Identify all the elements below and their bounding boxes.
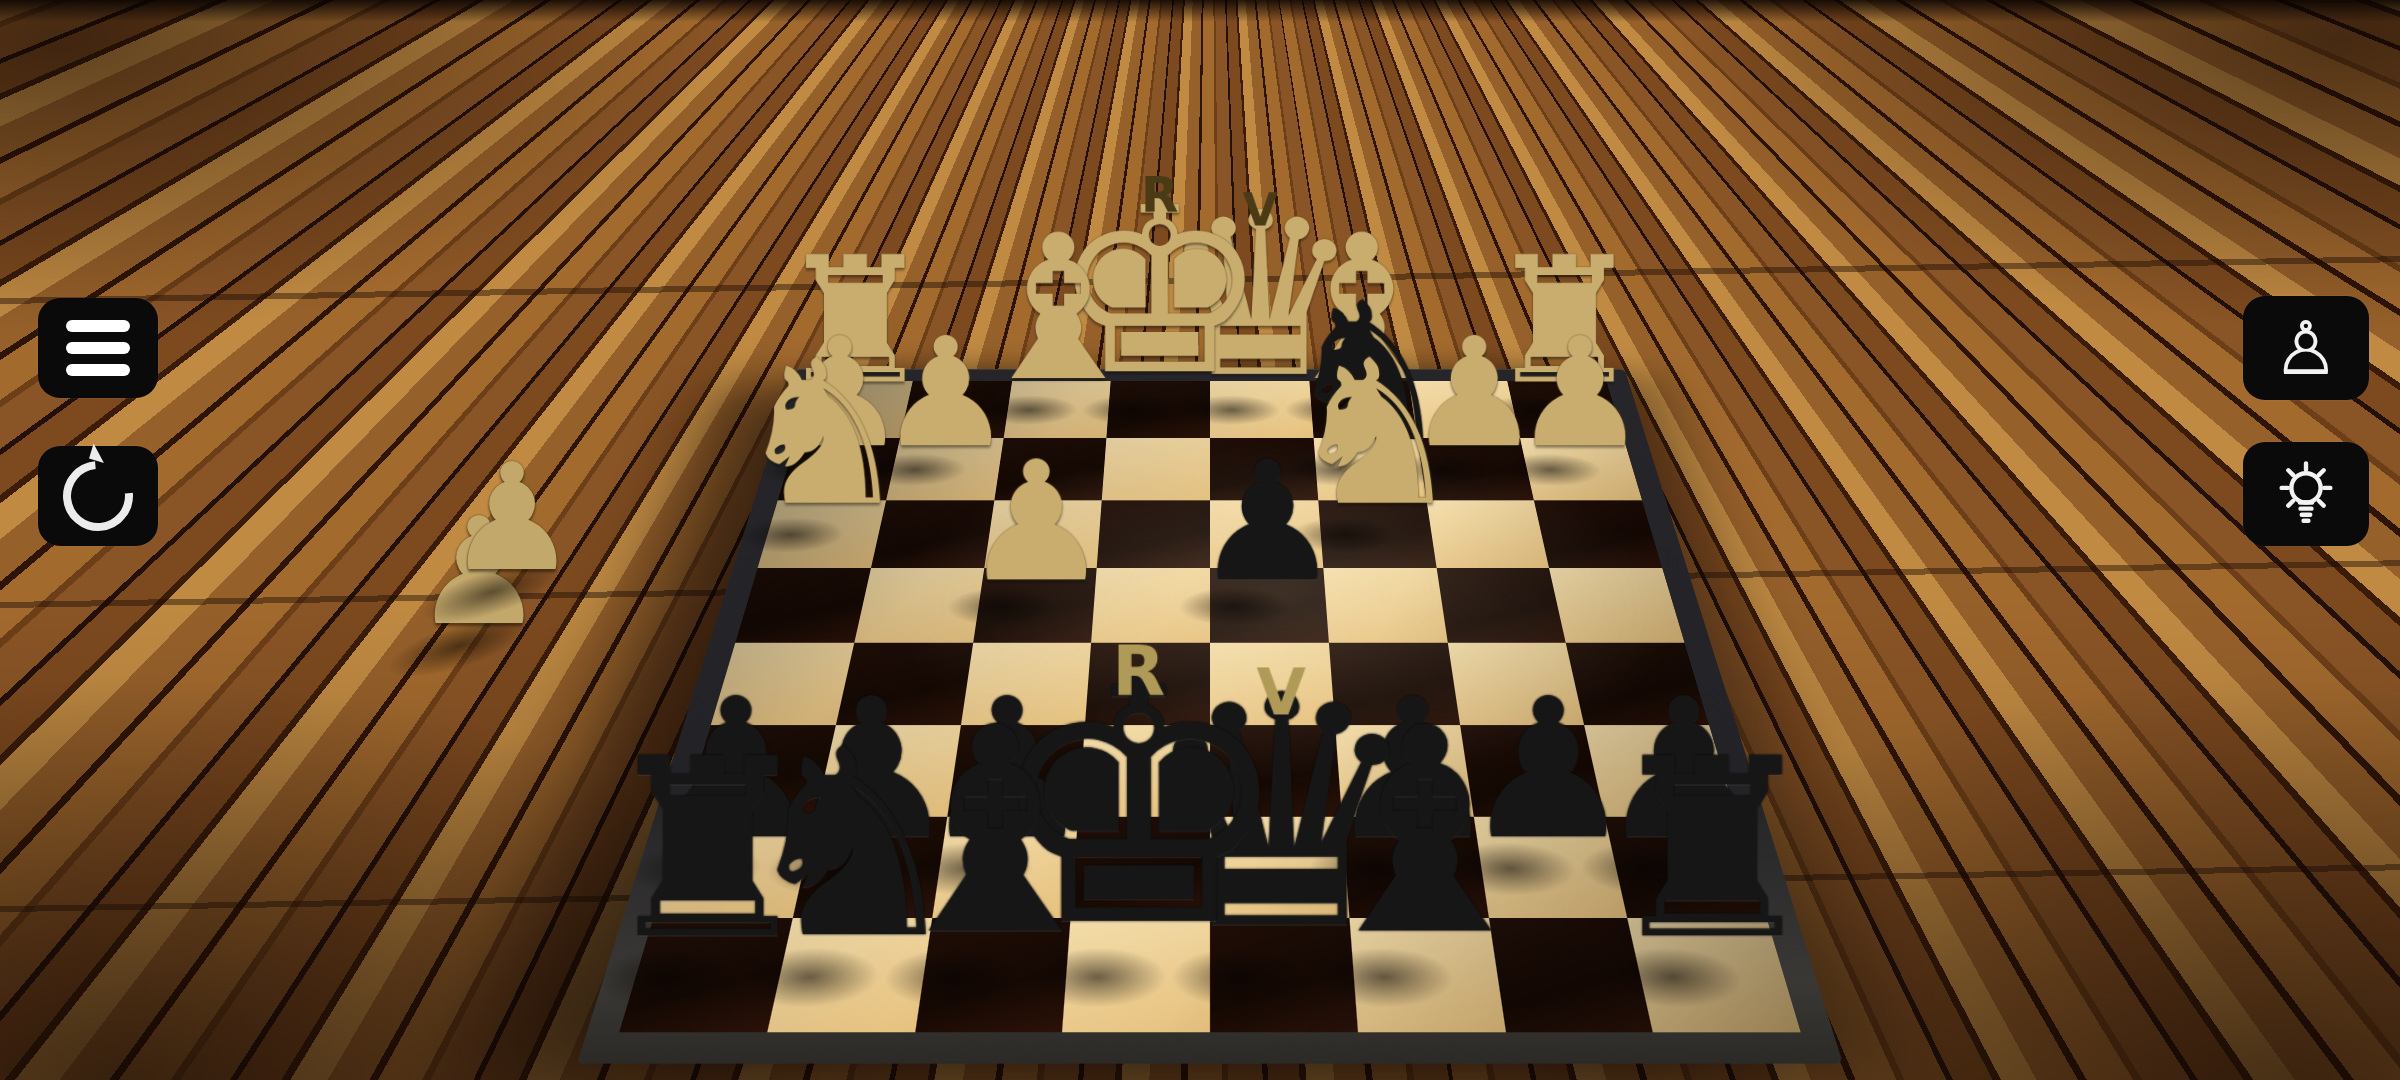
scene: ♜♝♛V♚R♝♞♜♟♟♟♟♟♟♟♟♞♞♟♟♞♟♟♜♝♛V♚R♝♜ — [0, 0, 2400, 1080]
chess-board[interactable]: ♜♝♛V♚R♝♞♜♟♟♟♟♟♟♟♟♞♞♟♟♞♟♟♜♝♛V♚R♝♜ — [577, 369, 1843, 1063]
square-a4[interactable] — [1549, 568, 1684, 643]
square-h4[interactable] — [735, 568, 870, 643]
square-a3[interactable] — [1534, 500, 1662, 568]
square-b4[interactable] — [1436, 568, 1566, 643]
